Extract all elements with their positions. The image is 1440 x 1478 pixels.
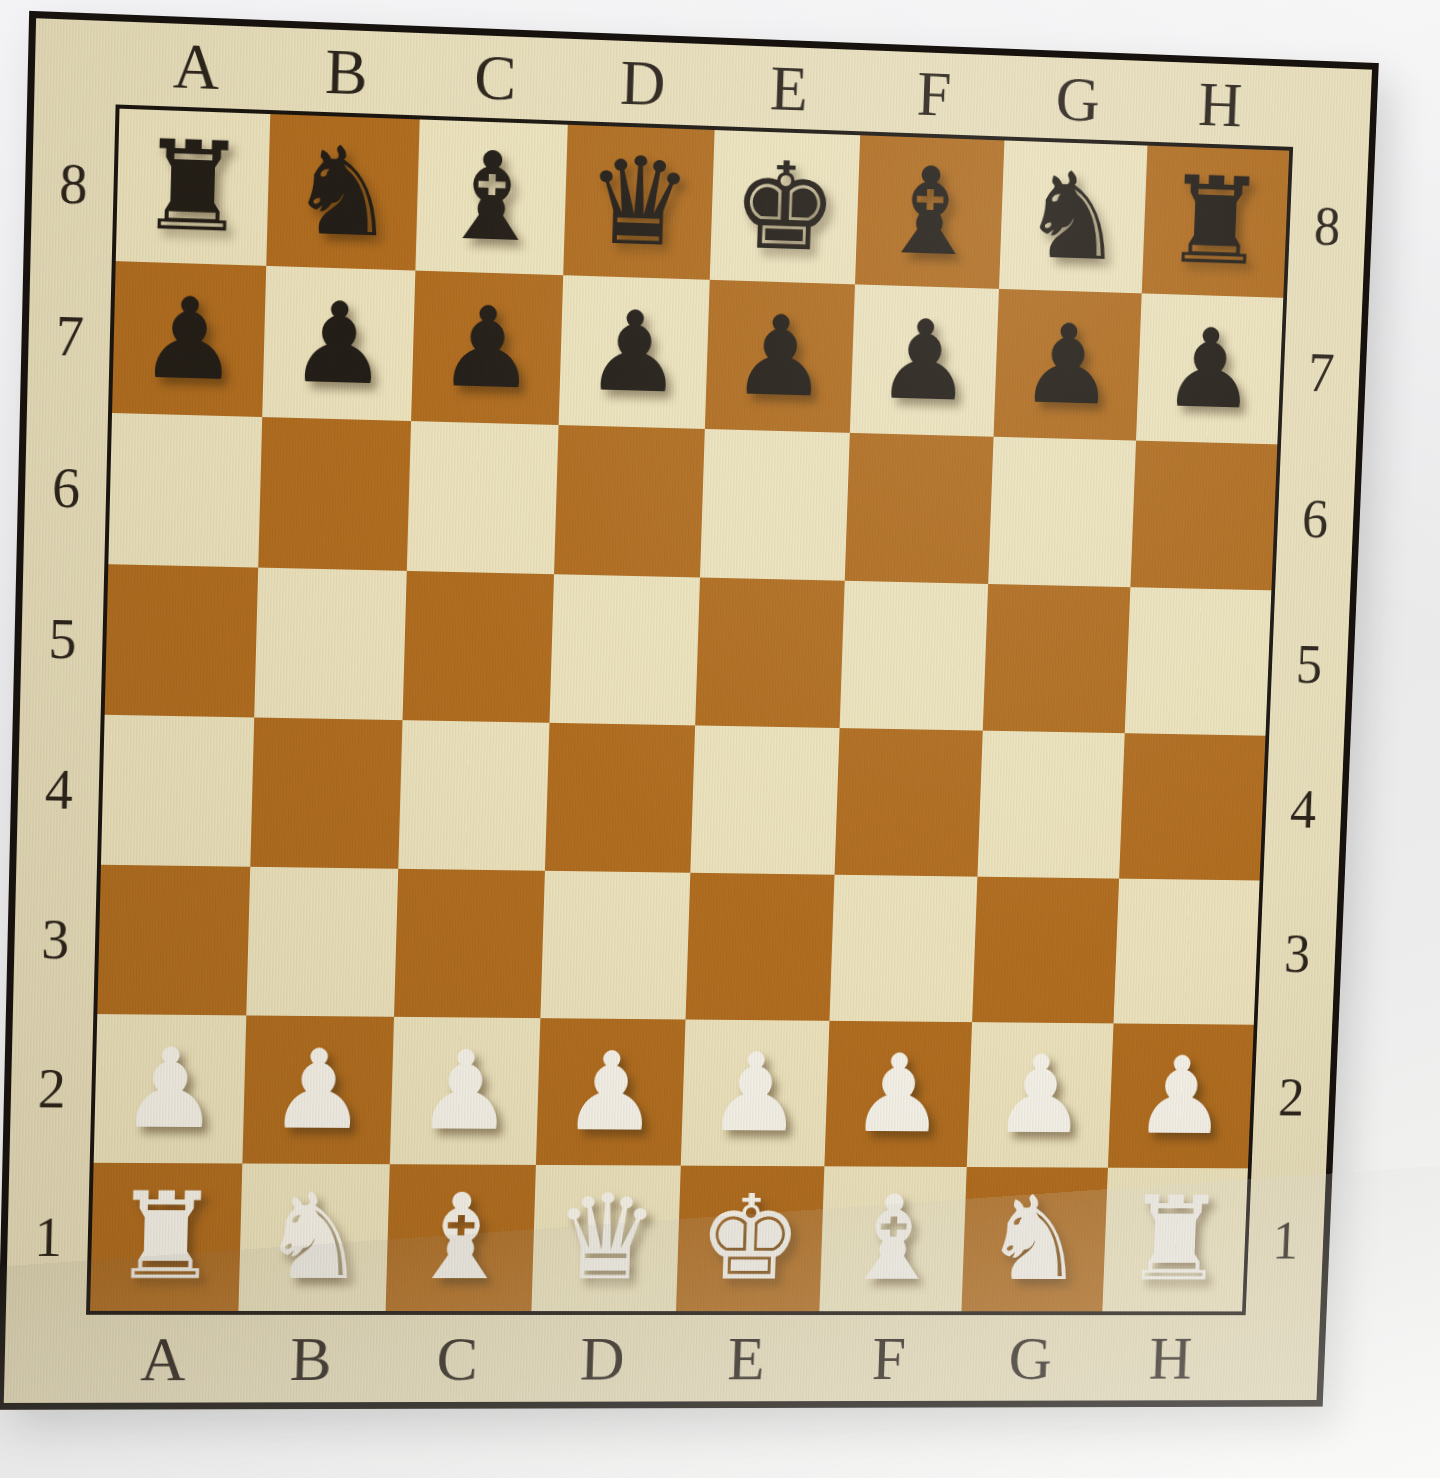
square-b8[interactable]: ♞ [266,114,419,270]
piece-black-pawn-d7: ♟ [583,276,685,428]
file-top-label-e: E [715,50,863,127]
piece-white-bishop-f1: ♝ [839,1166,947,1311]
rank-left-label-7: 7 [29,259,111,413]
square-c3[interactable] [394,869,545,1018]
piece-white-pawn-g2: ♟ [990,1022,1089,1167]
rank-left-label-8: 8 [32,106,114,261]
rank-left-label-2: 2 [11,1013,92,1162]
square-e6[interactable] [700,429,850,581]
square-c2[interactable]: ♟ [390,1017,541,1165]
piece-white-pawn-b2: ♟ [267,1016,369,1164]
file-top-label-b: B [270,33,422,111]
square-c5[interactable] [402,571,554,723]
square-c4[interactable] [398,720,549,871]
file-bottom-label-d: D [529,1325,676,1394]
file-top-label-h: H [1148,67,1293,143]
piece-white-pawn-d2: ♟ [560,1018,661,1165]
square-c8[interactable]: ♝ [415,119,567,275]
piece-white-pawn-h2: ♟ [1131,1024,1230,1169]
square-e7[interactable]: ♟ [705,280,855,433]
piece-white-pawn-e2: ♟ [705,1020,805,1166]
square-b1[interactable]: ♞ [238,1164,389,1312]
square-f6[interactable] [845,433,994,584]
square-d2[interactable]: ♟ [536,1018,686,1165]
square-c6[interactable] [407,421,559,574]
rank-right-label-1: 1 [1247,1168,1325,1311]
square-h6[interactable] [1130,441,1277,591]
rank-left-label-4: 4 [18,713,99,864]
square-a3[interactable] [97,865,250,1016]
piece-white-rook-a1: ♜ [111,1163,222,1311]
piece-black-pawn-h7: ♟ [1160,294,1260,444]
piece-black-bishop-f8: ♝ [875,136,985,288]
file-top-label-g: G [1005,62,1151,138]
file-top-label-d: D [568,45,717,122]
square-a2[interactable]: ♟ [94,1014,247,1163]
square-d8[interactable]: ♛ [563,125,714,280]
square-c7[interactable]: ♟ [411,271,563,425]
piece-white-pawn-c2: ♟ [414,1017,516,1165]
square-g5[interactable] [983,584,1131,733]
files-bottom: ABCDEFGH [88,1325,1242,1395]
piece-white-rook-h1: ♜ [1122,1168,1229,1312]
piece-black-pawn-g7: ♟ [1018,290,1118,440]
square-f4[interactable] [834,728,982,877]
square-h8[interactable]: ♜ [1142,146,1289,298]
square-g2[interactable]: ♟ [967,1022,1114,1168]
piece-white-knight-b1: ♞ [259,1164,370,1311]
square-h5[interactable] [1125,587,1272,736]
square-e5[interactable] [695,578,845,729]
square-h4[interactable] [1119,733,1265,880]
rank-right-label-2: 2 [1253,1025,1331,1169]
piece-white-pawn-a2: ♟ [119,1014,222,1163]
file-top-label-a: A [120,28,273,106]
piece-black-pawn-e7: ♟ [729,281,831,433]
piece-black-queen-d8: ♛ [583,125,694,279]
square-b3[interactable] [246,867,398,1017]
rank-right-label-8: 8 [1288,151,1367,300]
file-bottom-label-h: H [1099,1325,1241,1393]
piece-black-rook-a8: ♜ [137,109,250,265]
square-e8[interactable]: ♚ [710,130,860,284]
piece-black-pawn-f7: ♟ [874,285,975,436]
piece-black-pawn-b7: ♟ [287,267,390,421]
square-h7[interactable]: ♟ [1136,293,1283,444]
piece-black-knight-g8: ♞ [1019,141,1128,293]
square-f7[interactable]: ♟ [850,284,999,436]
chess-diagram: ABCDEFGH 87654321 ♜♞♝♛♚♝♞♜♟♟♟♟♟♟♟♟♟♟♟♟♟♟… [0,11,1379,1410]
file-bottom-label-c: C [383,1325,531,1395]
square-b2[interactable]: ♟ [242,1015,394,1164]
piece-white-pawn-f2: ♟ [848,1021,948,1167]
piece-white-knight-g1: ♞ [981,1167,1089,1311]
piece-white-queen-d1: ♛ [551,1165,660,1311]
rank-right-label-3: 3 [1258,881,1336,1026]
screen-photo-background: ABCDEFGH 87654321 ♜♞♝♛♚♝♞♜♟♟♟♟♟♟♟♟♟♟♟♟♟♟… [0,0,1440,1478]
square-b7[interactable]: ♟ [262,266,415,421]
square-f5[interactable] [840,581,989,731]
piece-white-bishop-c1: ♝ [406,1164,516,1311]
square-a6[interactable] [108,413,262,568]
square-f1[interactable]: ♝ [819,1166,966,1311]
square-d5[interactable] [549,574,700,725]
file-bottom-label-g: G [958,1325,1101,1394]
square-h2[interactable]: ♟ [1108,1023,1254,1168]
square-d4[interactable] [545,723,695,873]
file-bottom-label-b: B [236,1325,385,1395]
square-b4[interactable] [250,717,402,868]
rank-left-label-5: 5 [22,562,103,714]
piece-black-pawn-c7: ♟ [436,271,539,424]
square-g7[interactable]: ♟ [994,289,1142,441]
board-grid: ♜♞♝♛♚♝♞♜♟♟♟♟♟♟♟♟♟♟♟♟♟♟♟♟♜♞♝♛♚♝♞♜ [86,104,1293,1315]
square-d7[interactable]: ♟ [559,275,710,429]
square-f3[interactable] [829,875,977,1022]
square-f2[interactable]: ♟ [824,1021,972,1167]
file-bottom-label-f: F [816,1325,960,1394]
square-d1[interactable]: ♛ [531,1165,680,1311]
file-top-label-f: F [860,56,1007,133]
rank-right-label-7: 7 [1282,298,1361,446]
square-h1[interactable]: ♜ [1102,1168,1248,1312]
square-g3[interactable] [972,877,1119,1024]
square-g6[interactable] [988,437,1136,587]
file-bottom-label-a: A [88,1325,238,1395]
square-g1[interactable]: ♞ [961,1167,1107,1311]
rank-left-label-3: 3 [15,864,96,1014]
rank-right-label-4: 4 [1264,736,1342,882]
square-b6[interactable] [258,417,411,571]
square-h3[interactable] [1114,879,1260,1025]
piece-black-king-e8: ♚ [730,131,840,284]
rank-left-label-1: 1 [8,1162,89,1310]
square-d6[interactable] [554,425,705,577]
rank-right-label-6: 6 [1276,445,1354,593]
piece-white-king-e1: ♚ [696,1166,805,1311]
square-a1[interactable]: ♜ [90,1163,242,1311]
square-c1[interactable]: ♝ [386,1164,536,1311]
square-e2[interactable]: ♟ [681,1019,830,1166]
square-a5[interactable] [105,564,259,717]
rank-left-label-6: 6 [25,411,107,564]
rank-right-label-5: 5 [1270,590,1348,737]
square-f8[interactable]: ♝ [855,135,1004,289]
piece-black-knight-b8: ♞ [287,115,399,270]
square-e4[interactable] [690,725,839,874]
file-bottom-label-e: E [673,1325,819,1394]
square-e3[interactable] [686,873,835,1021]
square-a8[interactable]: ♜ [116,109,271,266]
square-a4[interactable] [101,715,254,867]
piece-black-bishop-c8: ♝ [436,120,548,274]
square-a7[interactable]: ♟ [112,261,266,417]
square-b5[interactable] [254,568,407,721]
square-d3[interactable] [540,871,690,1020]
square-g8[interactable]: ♞ [999,140,1147,293]
piece-black-pawn-a7: ♟ [137,262,241,416]
file-top-label-c: C [420,39,570,117]
square-e1[interactable]: ♚ [676,1166,824,1312]
square-g4[interactable] [977,731,1124,879]
piece-black-rook-h8: ♜ [1161,146,1269,297]
